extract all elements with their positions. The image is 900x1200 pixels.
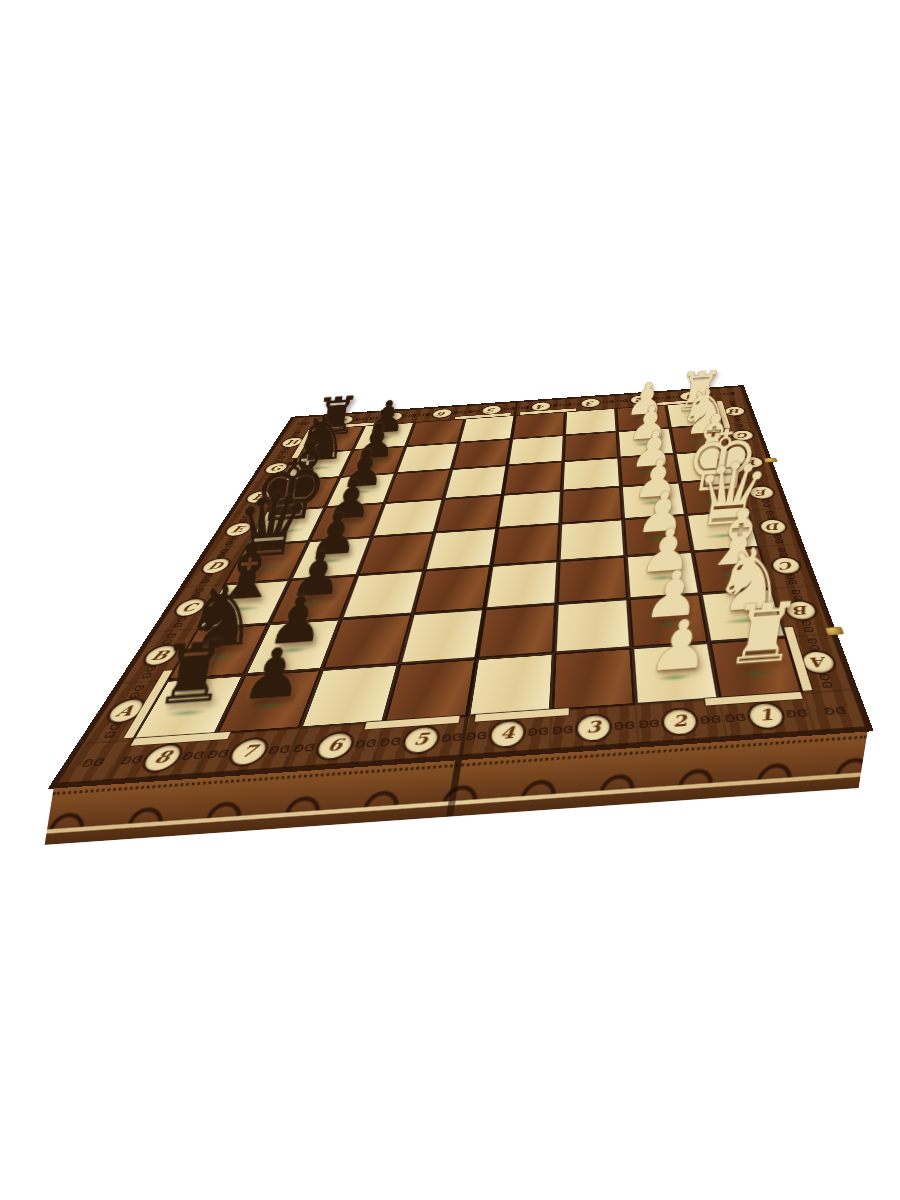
square-d4 [491, 524, 560, 566]
carving-ornament: ʚɞ [465, 728, 489, 742]
square-f5 [444, 465, 508, 499]
carving-ornament: ʚɞ [552, 403, 565, 408]
label-disc: 3 [578, 714, 610, 740]
carving-ornament: ʚɞ [125, 684, 149, 699]
scene-tilt: ʚɞʚɞ8ʚɞʚɞ7ʚɞʚɞ6ʚɞʚɞ5ʚɞʚɞ4ʚɞʚɞ3ʚɞʚɞ2ʚɞʚɞ1… [0, 0, 900, 1200]
square-d3 [558, 519, 625, 561]
scene-skew: ʚɞʚɞ8ʚɞʚɞ7ʚɞʚɞ6ʚɞʚɞ5ʚɞʚɞ4ʚɞʚɞ3ʚɞʚɞ2ʚɞʚɞ1… [0, 0, 900, 1200]
square-a1: ♜ [709, 637, 803, 699]
square-f3 [562, 457, 621, 490]
square-e5 [435, 495, 503, 533]
rank-label-2-near: ʚɞ2ʚɞ [635, 699, 726, 744]
carving-ornament: ʚɞ [723, 710, 747, 724]
carving-ornament: ʚɞ [378, 734, 403, 748]
square-g4 [507, 435, 564, 465]
carving-ornament: ʚɞ [100, 722, 126, 739]
square-c4 [485, 561, 559, 609]
square-g3 [563, 432, 619, 462]
carving-ornament: ʚɞ [613, 718, 635, 732]
label-disc: A [801, 651, 837, 674]
carving-ornament: ʚɞ [417, 412, 431, 417]
piece-dark-rook-a8: ♜ [150, 630, 235, 717]
square-b3 [554, 599, 631, 653]
carving-ornament: ʚɞ [353, 736, 378, 750]
square-c3 [556, 556, 628, 603]
carving-ornament: ʚɞ [815, 673, 836, 689]
square-f4 [503, 461, 564, 494]
square-c5 [413, 566, 492, 614]
label-disc: 6 [432, 409, 453, 418]
chess-board: ʚɞʚɞ8ʚɞʚɞ7ʚɞʚɞ6ʚɞʚɞ5ʚɞʚɞ4ʚɞʚɞ3ʚɞʚɞ2ʚɞʚɞ1… [54, 386, 868, 785]
carving-ornament: ʚɞ [291, 740, 317, 754]
carving-ornament: ʚɞ [79, 755, 109, 770]
label-disc: 5 [403, 726, 440, 753]
square-b4 [477, 604, 557, 659]
carving-ornament: ʚɞ [527, 724, 550, 738]
square-a4 [468, 653, 555, 717]
square-a3 [551, 648, 635, 711]
label-disc: 7 [228, 738, 270, 765]
frame-corner: ʚɞ [803, 690, 868, 732]
label-disc: 1 [748, 702, 785, 728]
square-a2: ♟ [632, 642, 720, 705]
carving-ornament: ʚɞ [638, 716, 661, 730]
scene-perspective: ʚɞʚɞ8ʚɞʚɞ7ʚɞʚɞ6ʚɞʚɞ5ʚɞʚɞ4ʚɞʚɞ3ʚɞʚɞ2ʚɞʚɞ1… [0, 0, 900, 1200]
brass-clasp-icon [825, 627, 844, 635]
square-e4 [497, 491, 561, 528]
carving-ornament: ʚɞ [602, 400, 615, 405]
rank-label-6-near: ʚɞ6ʚɞ [284, 723, 383, 770]
label-disc: 2 [663, 708, 697, 734]
chess-set-photo: ʚɞʚɞ8ʚɞʚɞ7ʚɞʚɞ6ʚɞʚɞ5ʚɞʚɞ4ʚɞʚɞ3ʚɞʚɞ2ʚɞʚɞ1… [0, 0, 900, 1200]
piece-dark-pawn-a7: ♟ [238, 637, 309, 709]
carving-ornament: ʚɞ [699, 712, 723, 726]
carving-ornament: ʚɞ [552, 722, 574, 736]
label-disc: 8 [140, 744, 185, 771]
square-e6 [372, 499, 444, 537]
label-disc: 4 [490, 720, 524, 746]
piece-white-rook-a1: ♜ [720, 591, 805, 678]
piece-white-pawn-a2: ♟ [644, 609, 715, 681]
square-f6 [384, 469, 451, 503]
label-disc: 6 [315, 732, 354, 759]
carving-ornament: ʚɞ [803, 637, 822, 652]
square-e3 [560, 487, 623, 524]
square-a5 [384, 659, 477, 723]
carving-ornament: ʚɞ [822, 703, 848, 717]
carving-ornament: ʚɞ [204, 746, 232, 760]
square-d5 [424, 528, 497, 570]
carving-ornament: ʚɞ [467, 409, 481, 414]
carving-ornament: ʚɞ [117, 752, 146, 767]
carving-ornament: ʚɞ [784, 706, 809, 720]
carving-ornament: ʚɞ [517, 405, 530, 410]
carving-ornament: ʚɞ [567, 402, 580, 407]
carving-ornament: ʚɞ [453, 410, 467, 415]
square-b5 [399, 609, 484, 664]
label-disc: 3 [581, 399, 599, 408]
